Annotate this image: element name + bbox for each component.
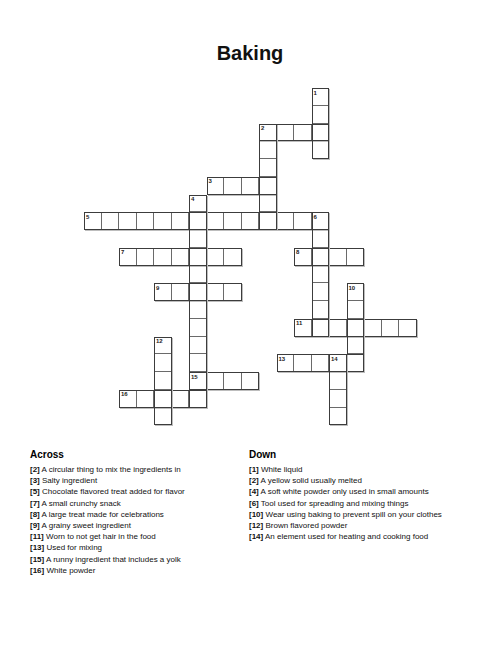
clue-item-down-6: [6] Tool used for spreading and mixing t… xyxy=(249,498,484,509)
grid-cell-r11c7[interactable] xyxy=(207,283,225,301)
clue-item-down-4: [4] A soft white powder only used in sma… xyxy=(249,486,484,497)
grid-cell-r5c10[interactable] xyxy=(259,177,277,195)
grid-cell-r5c8[interactable] xyxy=(224,177,242,195)
grid-cell-r6c6[interactable] xyxy=(189,195,207,213)
down-clues: Down [1] White liquid [2] A yellow solid… xyxy=(249,449,484,542)
clue-text: An element used for heating and cooking … xyxy=(265,532,428,541)
grid-cell-r8c13[interactable] xyxy=(312,230,330,248)
grid-cell-r16c6[interactable] xyxy=(189,372,207,390)
grid-cell-r13c6[interactable] xyxy=(189,319,207,337)
grid-cell-r11c5[interactable] xyxy=(172,283,190,301)
clue-number: [15] xyxy=(30,555,44,564)
clue-text: Salty ingredient xyxy=(42,476,97,485)
grid-cell-r9c6[interactable] xyxy=(189,248,207,266)
grid-cell-r10c13[interactable] xyxy=(312,266,330,284)
grid-cell-r7c4[interactable] xyxy=(154,212,172,230)
grid-cell-r2c12[interactable] xyxy=(294,124,312,142)
grid-cell-r13c12[interactable] xyxy=(294,319,312,337)
grid-cell-r14c15[interactable] xyxy=(347,337,365,355)
grid-cell-r7c6[interactable] xyxy=(189,212,207,230)
clue-text: Wear using baking to prevent spill on yo… xyxy=(265,510,441,519)
clue-text: A small crunchy snack xyxy=(42,499,121,508)
grid-cell-r12c13[interactable] xyxy=(312,301,330,319)
clue-number: [13] xyxy=(30,543,44,552)
grid-cell-r9c15[interactable] xyxy=(347,248,365,266)
grid-cell-r1c13[interactable] xyxy=(312,106,330,124)
clue-number: [1] xyxy=(249,465,259,474)
clue-number: [6] xyxy=(249,499,259,508)
clue-number: [3] xyxy=(30,476,40,485)
down-header: Down xyxy=(249,449,484,461)
grid-cell-r7c7[interactable] xyxy=(207,212,225,230)
grid-cell-r16c9[interactable] xyxy=(242,372,260,390)
clue-item-across-5: [5] Chocolate flavored treat added for f… xyxy=(30,486,245,497)
clue-item-down-10: [10] Wear using baking to prevent spill … xyxy=(249,509,484,520)
across-clues: Across [2] A circular thing to mix the i… xyxy=(30,449,245,576)
grid-cell-r15c13[interactable] xyxy=(312,354,330,372)
grid-cell-r17c5[interactable] xyxy=(172,390,190,408)
grid-cell-r3c13[interactable] xyxy=(312,141,330,159)
clue-number: [2] xyxy=(249,476,259,485)
clue-text: Used for mixing xyxy=(46,543,102,552)
grid-cell-r13c17[interactable] xyxy=(382,319,400,337)
grid-cell-r15c12[interactable] xyxy=(294,354,312,372)
grid-cell-r11c8[interactable] xyxy=(224,283,242,301)
clue-text: Chocolate flavored treat added for flavo… xyxy=(42,487,185,496)
clue-item-across-16: [16] White powder xyxy=(30,565,245,576)
clue-item-across-13: [13] Used for mixing xyxy=(30,542,245,553)
grid-cell-r16c8[interactable] xyxy=(224,372,242,390)
grid-cell-r2c11[interactable] xyxy=(277,124,295,142)
grid-cell-r17c2[interactable] xyxy=(119,390,137,408)
clue-text: A runny ingredient that includes a yolk xyxy=(46,555,181,564)
clue-item-across-3: [3] Salty ingredient xyxy=(30,475,245,486)
grid-cell-r7c3[interactable] xyxy=(137,212,155,230)
clue-number: [14] xyxy=(249,532,263,541)
clue-text: A grainy sweet ingredient xyxy=(42,521,131,530)
grid-cell-r4c10[interactable] xyxy=(259,159,277,177)
grid-cell-r15c11[interactable] xyxy=(277,354,295,372)
grid-cell-r15c14[interactable] xyxy=(329,354,347,372)
clue-item-across-2: [2] A circular thing to mix the ingredie… xyxy=(30,464,245,475)
grid-cell-r13c15[interactable] xyxy=(347,319,365,337)
grid-cell-r9c3[interactable] xyxy=(137,248,155,266)
grid-cell-r5c7[interactable] xyxy=(207,177,225,195)
grid-cell-r15c6[interactable] xyxy=(189,354,207,372)
clue-text: White powder xyxy=(46,566,95,575)
clue-number: [4] xyxy=(249,487,259,496)
clue-text: Tool used for spreading and mixing thing… xyxy=(261,499,409,508)
grid-cell-r9c4[interactable] xyxy=(154,248,172,266)
grid-cell-r7c10[interactable] xyxy=(259,212,277,230)
page: Baking 23578911131516146101214 Across [2… xyxy=(0,0,500,647)
grid-cell-r12c6[interactable] xyxy=(189,301,207,319)
clue-number: [11] xyxy=(30,532,44,541)
clue-item-across-15: [15] A runny ingredient that includes a … xyxy=(30,554,245,565)
clue-text: A circular thing to mix the ingredients … xyxy=(42,465,181,474)
grid-cell-r11c4[interactable] xyxy=(154,283,172,301)
clue-text: Brown flavored powder xyxy=(265,521,347,530)
grid-cell-r10c6[interactable] xyxy=(189,266,207,284)
crossword-grid: 23578911131516146101214 xyxy=(84,88,417,425)
grid-cell-r9c7[interactable] xyxy=(207,248,225,266)
grid-cell-r8c6[interactable] xyxy=(189,230,207,248)
grid-cell-r15c15[interactable] xyxy=(347,354,365,372)
clue-number: [8] xyxy=(30,510,40,519)
grid-cell-r7c0[interactable] xyxy=(84,212,102,230)
clue-text: A large treat made for celebrations xyxy=(42,510,164,519)
clue-number: [9] xyxy=(30,521,40,530)
grid-cell-r13c18[interactable] xyxy=(399,319,417,337)
clue-item-down-1: [1] White liquid xyxy=(249,464,484,475)
grid-cell-r11c15[interactable] xyxy=(347,283,365,301)
grid-cell-r7c2[interactable] xyxy=(119,212,137,230)
clue-text: A soft white powder only used in small a… xyxy=(261,487,429,496)
grid-cell-r17c6[interactable] xyxy=(189,390,207,408)
grid-cell-r0c13[interactable] xyxy=(312,88,330,106)
grid-cell-r13c13[interactable] xyxy=(312,319,330,337)
grid-cell-r13c14[interactable] xyxy=(329,319,347,337)
grid-cell-r7c8[interactable] xyxy=(224,212,242,230)
grid-cell-r5c9[interactable] xyxy=(242,177,260,195)
across-header: Across xyxy=(30,449,245,461)
grid-cell-r18c4[interactable] xyxy=(154,408,172,426)
clue-item-across-7: [7] A small crunchy snack xyxy=(30,498,245,509)
clue-text: A yellow solid usually melted xyxy=(261,476,362,485)
clue-number: [16] xyxy=(30,566,44,575)
grid-cell-r7c5[interactable] xyxy=(172,212,190,230)
clue-item-across-8: [8] A large treat made for celebrations xyxy=(30,509,245,520)
grid-cell-r9c12[interactable] xyxy=(294,248,312,266)
grid-cell-r6c10[interactable] xyxy=(259,195,277,213)
grid-cell-r11c13[interactable] xyxy=(312,283,330,301)
grid-cell-r16c4[interactable] xyxy=(154,372,172,390)
grid-cell-r17c3[interactable] xyxy=(137,390,155,408)
clue-item-across-9: [9] A grainy sweet ingredient xyxy=(30,520,245,531)
grid-cell-r9c8[interactable] xyxy=(224,248,242,266)
grid-cell-r9c14[interactable] xyxy=(329,248,347,266)
grid-cell-r16c14[interactable] xyxy=(329,372,347,390)
grid-cell-r14c4[interactable] xyxy=(154,337,172,355)
grid-cell-r9c13[interactable] xyxy=(312,248,330,266)
grid-cell-r17c4[interactable] xyxy=(154,390,172,408)
clue-text: White liquid xyxy=(261,465,302,474)
grid-cell-r7c12[interactable] xyxy=(294,212,312,230)
grid-cell-r7c13[interactable] xyxy=(312,212,330,230)
grid-cell-r7c11[interactable] xyxy=(277,212,295,230)
clue-number: [10] xyxy=(249,510,263,519)
grid-cell-r7c1[interactable] xyxy=(102,212,120,230)
grid-cell-r11c6[interactable] xyxy=(189,283,207,301)
grid-cell-r2c10[interactable] xyxy=(259,124,277,142)
puzzle-title: Baking xyxy=(0,42,500,65)
grid-cell-r13c16[interactable] xyxy=(364,319,382,337)
grid-cell-r17c14[interactable] xyxy=(329,390,347,408)
clue-item-down-12: [12] Brown flavored powder xyxy=(249,520,484,531)
clue-number: [12] xyxy=(249,521,263,530)
grid-cell-r9c5[interactable] xyxy=(172,248,190,266)
grid-cell-r18c14[interactable] xyxy=(329,408,347,426)
grid-cell-r14c6[interactable] xyxy=(189,337,207,355)
clue-number: [5] xyxy=(30,487,40,496)
grid-cell-r2c13[interactable] xyxy=(312,124,330,142)
grid-cell-r7c9[interactable] xyxy=(242,212,260,230)
grid-cell-r9c2[interactable] xyxy=(119,248,137,266)
clue-number: [2] xyxy=(30,465,40,474)
grid-cell-r12c15[interactable] xyxy=(347,301,365,319)
grid-cell-r16c7[interactable] xyxy=(207,372,225,390)
grid-cell-r15c4[interactable] xyxy=(154,354,172,372)
clue-item-across-11: [11] Worn to not get hair in the food xyxy=(30,531,245,542)
clue-number: [7] xyxy=(30,499,40,508)
clue-item-down-14: [14] An element used for heating and coo… xyxy=(249,531,484,542)
clue-item-down-2: [2] A yellow solid usually melted xyxy=(249,475,484,486)
clue-text: Worn to not get hair in the food xyxy=(46,532,156,541)
grid-cell-r3c10[interactable] xyxy=(259,141,277,159)
